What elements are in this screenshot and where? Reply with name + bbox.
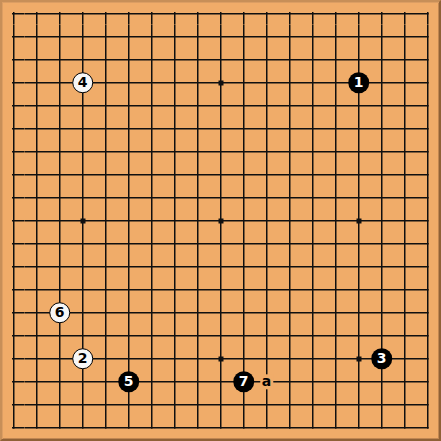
board-intersection — [25, 117, 48, 140]
board-intersection — [324, 25, 347, 48]
board-intersection — [117, 232, 140, 255]
stone-white-6: 6 — [49, 302, 71, 324]
board-intersection — [25, 255, 48, 278]
board-intersection — [347, 232, 370, 255]
stone-white-4: 4 — [72, 72, 94, 94]
board-intersection — [25, 94, 48, 117]
board-intersection — [209, 232, 232, 255]
board-intersection — [370, 278, 393, 301]
board-intersection — [2, 71, 25, 94]
board-intersection — [71, 140, 94, 163]
board-intersection — [94, 140, 117, 163]
board-intersection — [94, 2, 117, 25]
board-intersection — [324, 48, 347, 71]
board-intersection — [71, 186, 94, 209]
board-intersection — [48, 416, 71, 439]
board-intersection — [48, 163, 71, 186]
board-intersection — [278, 71, 301, 94]
board-intersection — [347, 370, 370, 393]
board-intersection — [393, 71, 416, 94]
board-intersection — [393, 278, 416, 301]
board-intersection — [140, 2, 163, 25]
board-intersection — [324, 232, 347, 255]
board-intersection — [117, 186, 140, 209]
board-intersection — [255, 25, 278, 48]
board-intersection — [94, 94, 117, 117]
board-intersection — [140, 94, 163, 117]
board-intersection — [25, 48, 48, 71]
board-intersection — [232, 71, 255, 94]
board-intersection — [140, 278, 163, 301]
board-intersection — [94, 71, 117, 94]
board-intersection — [117, 71, 140, 94]
board-intersection — [94, 278, 117, 301]
board-intersection — [232, 186, 255, 209]
board-intersection — [370, 255, 393, 278]
board-intersection — [393, 117, 416, 140]
star-point — [218, 356, 223, 361]
board-intersection — [416, 416, 439, 439]
board-intersection — [94, 232, 117, 255]
star-point — [218, 218, 223, 223]
board-intersection — [278, 25, 301, 48]
board-intersection — [255, 117, 278, 140]
board-intersection — [255, 140, 278, 163]
board-intersection — [301, 2, 324, 25]
board-intersection — [163, 186, 186, 209]
board-intersection — [324, 370, 347, 393]
board-intersection — [140, 232, 163, 255]
board-intersection — [71, 94, 94, 117]
board-intersection — [324, 255, 347, 278]
board-intersection — [2, 393, 25, 416]
board-intersection — [94, 209, 117, 232]
board-intersection — [186, 48, 209, 71]
board-intersection — [255, 209, 278, 232]
board-intersection — [347, 140, 370, 163]
board-intersection — [71, 393, 94, 416]
board-intersection — [209, 25, 232, 48]
board-intersection — [393, 209, 416, 232]
star-point — [218, 80, 223, 85]
board-intersection — [301, 71, 324, 94]
star-point — [356, 218, 361, 223]
board-intersection — [186, 209, 209, 232]
board-intersection — [324, 94, 347, 117]
board-intersection — [232, 140, 255, 163]
board-intersection — [393, 416, 416, 439]
board-intersection — [324, 278, 347, 301]
board-intersection — [393, 347, 416, 370]
board-intersection — [140, 393, 163, 416]
board-grid: 1234567a — [2, 2, 439, 439]
board-intersection — [278, 370, 301, 393]
board-intersection — [163, 25, 186, 48]
board-intersection — [25, 2, 48, 25]
board-intersection — [140, 71, 163, 94]
board-intersection — [94, 163, 117, 186]
board-intersection — [278, 209, 301, 232]
stone-black-5: 5 — [118, 371, 140, 393]
board-intersection — [416, 393, 439, 416]
board-intersection — [163, 370, 186, 393]
board-intersection — [301, 117, 324, 140]
board-intersection — [25, 370, 48, 393]
board-intersection — [2, 186, 25, 209]
board-intersection — [186, 232, 209, 255]
board-intersection — [117, 163, 140, 186]
board-intersection — [232, 255, 255, 278]
board-intersection — [163, 393, 186, 416]
board-intersection — [117, 416, 140, 439]
board-intersection — [48, 117, 71, 140]
board-intersection — [255, 278, 278, 301]
board-intersection — [416, 2, 439, 25]
board-intersection — [232, 347, 255, 370]
board-intersection — [255, 186, 278, 209]
board-intersection — [370, 301, 393, 324]
board-intersection — [209, 117, 232, 140]
board-intersection — [324, 2, 347, 25]
board-intersection — [140, 25, 163, 48]
board-intersection — [232, 25, 255, 48]
board-intersection — [416, 94, 439, 117]
board-intersection — [416, 324, 439, 347]
board-intersection — [209, 140, 232, 163]
board-intersection — [324, 324, 347, 347]
board-intersection — [370, 48, 393, 71]
board-intersection — [163, 140, 186, 163]
board-intersection — [186, 255, 209, 278]
board-intersection — [370, 25, 393, 48]
board-intersection — [209, 301, 232, 324]
board-intersection — [393, 140, 416, 163]
board-intersection — [2, 117, 25, 140]
board-intersection — [255, 48, 278, 71]
board-intersection — [71, 324, 94, 347]
board-intersection — [232, 278, 255, 301]
board-intersection — [117, 94, 140, 117]
board-intersection — [140, 347, 163, 370]
board-intersection — [186, 278, 209, 301]
board-intersection — [347, 2, 370, 25]
board-intersection — [416, 25, 439, 48]
board-intersection — [2, 209, 25, 232]
board-intersection — [278, 324, 301, 347]
board-intersection — [163, 117, 186, 140]
board-intersection — [186, 117, 209, 140]
board-intersection — [48, 232, 71, 255]
board-intersection — [347, 117, 370, 140]
board-intersection — [2, 48, 25, 71]
board-intersection — [94, 117, 117, 140]
board-intersection — [370, 117, 393, 140]
board-intersection — [48, 393, 71, 416]
board-intersection — [71, 255, 94, 278]
board-intersection — [71, 416, 94, 439]
board-intersection — [48, 48, 71, 71]
board-intersection — [416, 370, 439, 393]
board-intersection — [370, 370, 393, 393]
board-intersection — [48, 255, 71, 278]
board-intersection — [324, 209, 347, 232]
board-intersection — [71, 25, 94, 48]
board-intersection — [416, 347, 439, 370]
board-intersection — [278, 416, 301, 439]
board-intersection — [278, 48, 301, 71]
board-intersection — [2, 324, 25, 347]
board-intersection — [94, 255, 117, 278]
board-intersection — [25, 416, 48, 439]
board-intersection — [347, 163, 370, 186]
board-intersection — [278, 278, 301, 301]
board-intersection — [255, 347, 278, 370]
board-intersection — [347, 301, 370, 324]
board-intersection — [186, 393, 209, 416]
board-intersection — [278, 393, 301, 416]
board-intersection — [347, 278, 370, 301]
board-intersection — [117, 324, 140, 347]
board-intersection — [48, 209, 71, 232]
board-intersection — [163, 232, 186, 255]
board-intersection — [278, 301, 301, 324]
board-intersection — [25, 25, 48, 48]
board-intersection — [278, 163, 301, 186]
board-intersection — [25, 347, 48, 370]
board-intersection — [255, 301, 278, 324]
board-intersection — [163, 255, 186, 278]
board-intersection — [163, 324, 186, 347]
board-intersection — [301, 25, 324, 48]
board-intersection — [209, 278, 232, 301]
board-intersection — [393, 25, 416, 48]
board-intersection — [71, 370, 94, 393]
board-intersection — [255, 232, 278, 255]
board-intersection — [370, 94, 393, 117]
board-intersection — [94, 186, 117, 209]
board-intersection — [232, 416, 255, 439]
board-intersection — [2, 140, 25, 163]
board-intersection — [393, 94, 416, 117]
board-intersection — [416, 186, 439, 209]
board-intersection — [278, 2, 301, 25]
board-intersection — [347, 94, 370, 117]
board-intersection — [278, 94, 301, 117]
board-intersection — [416, 163, 439, 186]
board-intersection — [301, 370, 324, 393]
board-intersection — [370, 324, 393, 347]
board-intersection — [186, 2, 209, 25]
board-intersection — [301, 163, 324, 186]
board-intersection — [140, 140, 163, 163]
board-intersection — [278, 232, 301, 255]
board-intersection — [255, 416, 278, 439]
board-intersection — [301, 347, 324, 370]
board-intersection — [25, 324, 48, 347]
board-intersection — [232, 48, 255, 71]
board-intersection — [186, 71, 209, 94]
board-intersection — [301, 324, 324, 347]
board-intersection — [94, 393, 117, 416]
board-intersection — [209, 48, 232, 71]
board-intersection — [324, 140, 347, 163]
board-intersection — [416, 48, 439, 71]
board-intersection — [255, 71, 278, 94]
board-intersection — [370, 2, 393, 25]
board-intersection — [48, 324, 71, 347]
board-intersection — [94, 25, 117, 48]
board-intersection — [94, 347, 117, 370]
board-intersection — [232, 324, 255, 347]
board-intersection — [209, 163, 232, 186]
stone-black-7: 7 — [233, 371, 255, 393]
board-intersection — [71, 232, 94, 255]
board-intersection — [393, 163, 416, 186]
board-intersection — [94, 301, 117, 324]
board-intersection — [25, 163, 48, 186]
board-intersection — [2, 301, 25, 324]
board-intersection — [186, 301, 209, 324]
board-intersection — [48, 278, 71, 301]
board-intersection — [163, 347, 186, 370]
stone-black-1: 1 — [348, 72, 370, 94]
board-intersection — [232, 301, 255, 324]
board-intersection — [255, 393, 278, 416]
board-intersection — [416, 209, 439, 232]
board-intersection — [48, 370, 71, 393]
board-intersection — [117, 117, 140, 140]
board-intersection — [278, 347, 301, 370]
board-intersection — [278, 255, 301, 278]
board-intersection — [140, 324, 163, 347]
board-intersection — [117, 209, 140, 232]
board-intersection — [301, 416, 324, 439]
board-intersection — [393, 255, 416, 278]
board-intersection — [209, 393, 232, 416]
board-intersection — [347, 393, 370, 416]
board-intersection — [416, 301, 439, 324]
board-intersection — [163, 209, 186, 232]
board-intersection — [94, 416, 117, 439]
board-intersection — [71, 2, 94, 25]
board-intersection — [117, 48, 140, 71]
board-intersection — [140, 301, 163, 324]
board-intersection — [186, 186, 209, 209]
board-intersection — [48, 140, 71, 163]
board-intersection — [186, 163, 209, 186]
board-intersection — [48, 94, 71, 117]
board-intersection — [163, 416, 186, 439]
board-intersection — [209, 324, 232, 347]
board-intersection — [209, 416, 232, 439]
board-intersection — [2, 2, 25, 25]
board-intersection — [416, 232, 439, 255]
board-intersection — [255, 324, 278, 347]
board-intersection — [255, 163, 278, 186]
board-intersection — [2, 416, 25, 439]
board-intersection — [393, 370, 416, 393]
board-intersection — [324, 71, 347, 94]
board-intersection — [393, 393, 416, 416]
board-intersection — [2, 25, 25, 48]
board-intersection — [140, 117, 163, 140]
board-intersection — [2, 163, 25, 186]
board-intersection — [2, 255, 25, 278]
board-intersection — [370, 232, 393, 255]
board-intersection — [117, 393, 140, 416]
board-intersection — [117, 2, 140, 25]
board-intersection — [140, 370, 163, 393]
stone-white-2: 2 — [72, 348, 94, 370]
board-intersection — [324, 163, 347, 186]
board-intersection — [209, 255, 232, 278]
stone-black-3: 3 — [371, 348, 393, 370]
board-intersection — [140, 163, 163, 186]
board-intersection — [25, 209, 48, 232]
board-intersection — [301, 209, 324, 232]
board-intersection — [370, 186, 393, 209]
board-intersection — [324, 117, 347, 140]
point-label-a: a — [260, 374, 273, 389]
board-intersection — [324, 416, 347, 439]
board-intersection — [163, 163, 186, 186]
board-intersection — [140, 255, 163, 278]
board-intersection — [48, 347, 71, 370]
board-intersection — [163, 2, 186, 25]
board-intersection — [416, 140, 439, 163]
board-intersection — [71, 163, 94, 186]
board-intersection — [393, 186, 416, 209]
board-intersection — [117, 301, 140, 324]
board-intersection — [25, 301, 48, 324]
board-intersection — [278, 117, 301, 140]
board-intersection — [48, 186, 71, 209]
board-intersection — [163, 301, 186, 324]
board-intersection — [393, 2, 416, 25]
board-intersection — [186, 25, 209, 48]
board-intersection — [301, 232, 324, 255]
board-intersection — [347, 416, 370, 439]
board-intersection — [278, 186, 301, 209]
board-intersection — [255, 94, 278, 117]
board-intersection — [347, 25, 370, 48]
board-intersection — [232, 209, 255, 232]
board-intersection — [2, 347, 25, 370]
board-intersection — [370, 416, 393, 439]
board-intersection — [186, 324, 209, 347]
board-intersection — [186, 416, 209, 439]
board-intersection — [209, 2, 232, 25]
board-intersection — [140, 48, 163, 71]
board-intersection — [278, 140, 301, 163]
board-intersection — [347, 48, 370, 71]
board-intersection — [25, 186, 48, 209]
board-intersection — [71, 117, 94, 140]
board-intersection — [301, 278, 324, 301]
board-intersection — [324, 186, 347, 209]
board-intersection — [393, 48, 416, 71]
board-intersection — [94, 48, 117, 71]
board-intersection — [25, 140, 48, 163]
star-point — [356, 356, 361, 361]
board-intersection — [186, 347, 209, 370]
board-intersection — [48, 2, 71, 25]
board-intersection — [163, 71, 186, 94]
board-intersection — [393, 301, 416, 324]
board-intersection — [94, 324, 117, 347]
board-intersection — [186, 370, 209, 393]
board-intersection — [347, 324, 370, 347]
